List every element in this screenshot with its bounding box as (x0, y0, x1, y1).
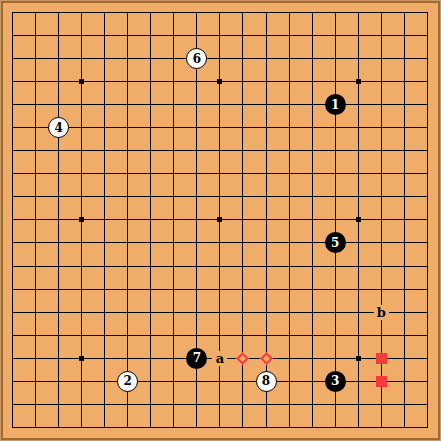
stone-white-4: 4 (48, 117, 69, 138)
marker-cell (255, 347, 278, 370)
stone-cell: 4 (47, 116, 70, 139)
stone-cell: 8 (255, 370, 278, 393)
hoshi-cell (70, 208, 93, 231)
point-label-b: b (374, 305, 389, 320)
marker-cell (231, 347, 254, 370)
hoshi-point (217, 217, 222, 222)
hoshi-cell (347, 347, 370, 370)
stone-white-2: 2 (117, 371, 138, 392)
stone-black-1: 1 (325, 94, 346, 115)
go-diagram: ab12345678 (0, 0, 441, 441)
board-intersections: ab12345678 (1, 1, 439, 439)
hoshi-cell (70, 347, 93, 370)
hoshi-cell (208, 208, 231, 231)
hoshi-cell (347, 70, 370, 93)
stone-cell: 1 (324, 93, 347, 116)
hoshi-point (356, 217, 361, 222)
marker-cell (370, 347, 393, 370)
point-label-a: a (212, 351, 227, 366)
stone-cell: 7 (185, 347, 208, 370)
stone-white-6: 6 (186, 48, 207, 69)
marker-cell (370, 370, 393, 393)
hoshi-cell (208, 70, 231, 93)
stone-cell: 2 (116, 370, 139, 393)
label-cell: a (208, 347, 231, 370)
hoshi-cell (347, 208, 370, 231)
label-cell: b (370, 301, 393, 324)
diamond-marker-icon (260, 352, 273, 365)
hoshi-cell (70, 70, 93, 93)
diamond-marker-icon (237, 352, 250, 365)
square-marker-icon (376, 353, 387, 364)
stone-cell: 6 (185, 47, 208, 70)
hoshi-point (79, 217, 84, 222)
hoshi-point (79, 79, 84, 84)
hoshi-point (217, 79, 222, 84)
square-marker-icon (376, 376, 387, 387)
stone-black-5: 5 (325, 232, 346, 253)
stone-cell: 5 (324, 231, 347, 254)
stone-cell: 3 (324, 370, 347, 393)
stone-black-7: 7 (186, 348, 207, 369)
hoshi-point (356, 356, 361, 361)
go-board: ab12345678 (0, 0, 441, 441)
stone-white-8: 8 (256, 371, 277, 392)
stone-black-3: 3 (325, 371, 346, 392)
hoshi-point (356, 79, 361, 84)
hoshi-point (79, 356, 84, 361)
